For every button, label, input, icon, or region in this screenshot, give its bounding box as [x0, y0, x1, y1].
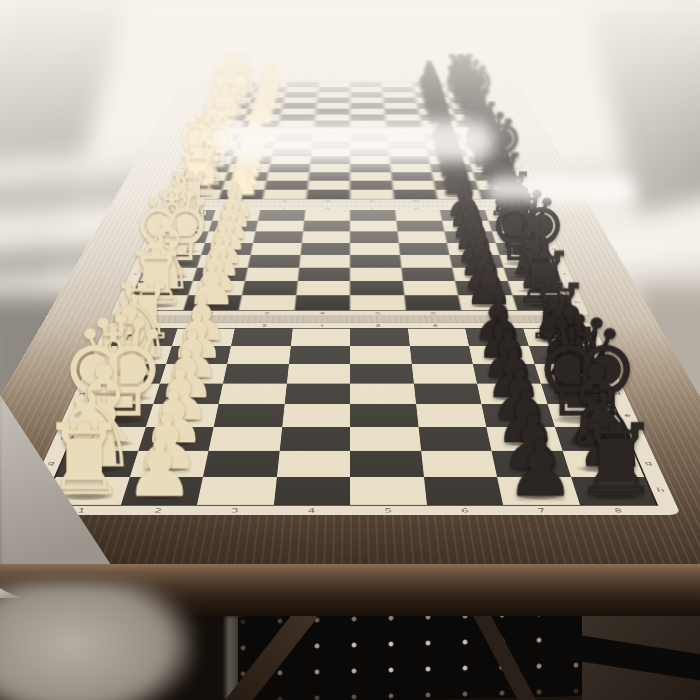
coordinate-label: 3 — [261, 324, 267, 328]
chair-seat-bottom-left — [0, 582, 195, 700]
coordinate-label: e — [68, 413, 77, 418]
board-coordinates-top: 12345678 — [121, 323, 579, 328]
square — [227, 346, 290, 364]
square — [481, 404, 554, 426]
coordinate-label: 6 — [432, 324, 438, 328]
square — [214, 404, 285, 426]
square — [56, 451, 138, 477]
square — [540, 383, 612, 404]
square — [547, 404, 622, 426]
square — [554, 427, 632, 451]
coordinate-label: a — [104, 335, 111, 339]
square — [104, 346, 171, 364]
square — [291, 329, 350, 346]
coordinate-label: d — [78, 391, 87, 396]
coordinate-label: f — [59, 435, 65, 441]
square — [146, 404, 219, 426]
square — [465, 329, 528, 346]
square — [528, 346, 595, 364]
coordinate-label: 7 — [537, 507, 546, 514]
square — [486, 427, 562, 451]
square — [219, 383, 287, 404]
square — [209, 427, 282, 451]
coordinate-label: 6 — [461, 507, 470, 514]
square — [277, 451, 350, 477]
square — [473, 364, 541, 383]
square — [67, 427, 145, 451]
square — [350, 404, 418, 426]
square — [223, 364, 289, 383]
square — [469, 346, 534, 364]
coordinate-label: c — [87, 371, 94, 376]
square — [421, 451, 497, 477]
square — [350, 346, 411, 364]
coordinate-label: 2 — [204, 324, 211, 328]
coordinate-label: 5 — [384, 507, 392, 514]
coordinate-label: 4 — [308, 507, 316, 514]
board-coordinates-bottom: 12345678 — [42, 506, 659, 515]
coordinate-label: e — [623, 413, 632, 418]
coordinate-label: b — [96, 353, 104, 357]
square — [153, 383, 223, 404]
square — [273, 477, 350, 505]
square — [279, 427, 350, 451]
coordinate-label: g — [47, 460, 57, 466]
square — [112, 329, 177, 346]
square — [350, 451, 423, 477]
square — [562, 451, 644, 477]
square — [350, 364, 413, 383]
square — [87, 383, 159, 404]
square — [120, 477, 203, 505]
chessboard-1-squares — [44, 329, 656, 505]
coordinate-label: 8 — [613, 507, 623, 514]
coordinate-label: c — [605, 371, 612, 376]
coordinate-label: 3 — [231, 507, 240, 514]
coordinate-label: f — [634, 435, 640, 441]
square — [138, 427, 214, 451]
window-reflection-mid — [485, 176, 635, 202]
coordinate-label: a — [589, 335, 596, 339]
square — [166, 346, 231, 364]
square — [130, 451, 209, 477]
square — [96, 364, 166, 383]
square — [570, 477, 656, 505]
coordinate-label: 5 — [376, 324, 382, 328]
square — [409, 346, 472, 364]
window-reflection-far — [215, 120, 495, 162]
square — [197, 477, 277, 505]
coordinate-label: b — [597, 353, 605, 357]
chess-tournament-room-photo: 1234567812345678abcdefghabcdefgh ♜♞♝♛♚♝♞… — [0, 0, 700, 700]
square — [411, 364, 477, 383]
square — [418, 427, 491, 451]
square — [284, 383, 350, 404]
coordinate-label: 1 — [147, 324, 154, 328]
square — [477, 383, 547, 404]
square — [350, 329, 409, 346]
square — [350, 477, 427, 505]
square — [160, 364, 228, 383]
square — [413, 383, 481, 404]
square — [491, 451, 570, 477]
square — [423, 477, 503, 505]
coordinate-label: h — [655, 486, 665, 493]
coordinate-label: g — [644, 460, 654, 466]
coordinate-label: 7 — [489, 324, 496, 328]
square — [350, 427, 421, 451]
chessboard-1-mat: 1234567812345678abcdefghabcdefgh — [19, 323, 681, 515]
coordinate-label: d — [613, 391, 622, 396]
square — [408, 329, 469, 346]
square — [289, 346, 350, 364]
square — [523, 329, 588, 346]
square — [416, 404, 487, 426]
square — [172, 329, 235, 346]
square — [77, 404, 152, 426]
square — [231, 329, 292, 346]
coordinate-label: 8 — [546, 324, 553, 328]
coordinate-label: 2 — [154, 507, 163, 514]
square — [282, 404, 350, 426]
square — [534, 364, 604, 383]
square — [350, 383, 416, 404]
square — [203, 451, 279, 477]
square — [497, 477, 580, 505]
square — [287, 364, 350, 383]
coordinate-label: 4 — [319, 324, 325, 328]
coordinate-label: 1 — [77, 507, 87, 514]
chessboard-1: 1234567812345678abcdefghabcdefgh ♜♞♝♛♚♝♞… — [19, 323, 681, 515]
